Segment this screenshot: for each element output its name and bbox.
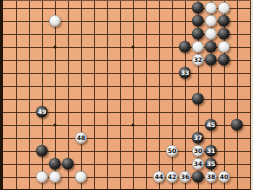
stone-black	[205, 41, 217, 53]
stone-black	[49, 158, 61, 170]
stone-black	[205, 54, 217, 66]
stone-move-48: 48	[75, 132, 87, 144]
stone-black	[218, 15, 230, 27]
grid-hline	[3, 73, 251, 74]
stone-white	[218, 2, 230, 14]
stone-move-34: 34	[192, 158, 204, 170]
stone-white	[205, 2, 217, 14]
stone-black	[192, 93, 204, 105]
grid-vline	[172, 1, 173, 189]
grid-hline	[3, 99, 251, 100]
window-right-edge	[251, 0, 253, 190]
stone-move-49: 49	[36, 106, 48, 118]
star-point	[132, 124, 135, 127]
stone-move-50: 50	[166, 145, 178, 157]
grid-vline	[81, 1, 82, 189]
stone-move-40: 40	[218, 171, 230, 183]
star-point	[54, 46, 57, 49]
stone-white	[192, 41, 204, 53]
stone-black	[218, 28, 230, 40]
stone-white	[218, 41, 230, 53]
stone-black	[231, 119, 243, 131]
stone-black	[192, 171, 204, 183]
stone-move-31: 31	[205, 145, 217, 157]
board-top-border	[0, 0, 253, 1]
stone-white	[205, 28, 217, 40]
board-bottom-border	[0, 189, 253, 190]
grid-vline	[42, 1, 43, 189]
stone-black	[192, 15, 204, 27]
stone-move-35: 35	[205, 158, 217, 170]
stone-move-33: 33	[179, 67, 191, 79]
stone-black	[192, 2, 204, 14]
grid-vline	[107, 1, 108, 189]
grid-hline	[3, 86, 251, 87]
stone-black	[179, 41, 191, 53]
stone-move-36: 36	[179, 171, 191, 183]
grid-vline	[159, 1, 160, 189]
grid-vline	[120, 1, 121, 189]
stone-white	[36, 171, 48, 183]
grid-vline	[185, 1, 186, 189]
stone-move-45: 45	[205, 119, 217, 131]
stone-white	[49, 15, 61, 27]
stone-white	[75, 171, 87, 183]
stone-black	[192, 28, 204, 40]
stone-white	[49, 171, 61, 183]
star-point	[132, 46, 135, 49]
stone-move-37: 37	[192, 132, 204, 144]
star-point	[54, 124, 57, 127]
grid-vline	[94, 1, 95, 189]
stone-move-38: 38	[205, 171, 217, 183]
stone-move-30: 30	[192, 145, 204, 157]
stone-black	[36, 145, 48, 157]
stone-move-42: 42	[166, 171, 178, 183]
stone-move-32: 32	[192, 54, 204, 66]
grid-vline	[146, 1, 147, 189]
stone-move-44: 44	[153, 171, 165, 183]
grid-vline	[237, 1, 238, 189]
go-board[interactable]: 32334948453750303134354442363840	[0, 0, 253, 190]
board-left-border	[0, 0, 3, 190]
grid-vline	[29, 1, 30, 189]
grid-vline	[16, 1, 17, 189]
grid-hline	[3, 138, 251, 139]
stone-black	[62, 158, 74, 170]
grid-vline	[133, 1, 134, 189]
stone-white	[205, 15, 217, 27]
stone-black	[218, 54, 230, 66]
